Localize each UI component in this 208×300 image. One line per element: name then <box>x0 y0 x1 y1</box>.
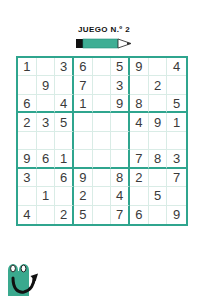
sudoku-cell-given[interactable]: 4 <box>18 206 37 224</box>
sudoku-cell-given[interactable]: 2 <box>55 206 74 224</box>
sudoku-cell-given[interactable]: 3 <box>37 113 56 131</box>
sudoku-cell-given[interactable]: 9 <box>167 206 186 224</box>
sudoku-cell-given[interactable]: 2 <box>130 169 149 187</box>
sudoku-cell-empty[interactable] <box>111 132 130 150</box>
sudoku-cell-empty[interactable] <box>130 187 149 205</box>
sudoku-cell-empty[interactable] <box>74 132 93 150</box>
sudoku-cell-given[interactable]: 8 <box>130 95 149 113</box>
sudoku-cell-empty[interactable] <box>93 113 112 131</box>
sudoku-cell-empty[interactable] <box>37 132 56 150</box>
sudoku-cell-given[interactable]: 7 <box>74 76 93 94</box>
sudoku-cell-given[interactable]: 4 <box>167 58 186 76</box>
sudoku-cell-given[interactable]: 5 <box>149 187 168 205</box>
sudoku-cell-empty[interactable] <box>149 206 168 224</box>
sudoku-cell-empty[interactable] <box>37 58 56 76</box>
sudoku-cell-given[interactable]: 2 <box>18 113 37 131</box>
sudoku-cell-given[interactable]: 4 <box>111 187 130 205</box>
sudoku-cell-empty[interactable] <box>55 187 74 205</box>
sudoku-cell-empty[interactable] <box>37 95 56 113</box>
sudoku-cell-empty[interactable] <box>167 76 186 94</box>
sudoku-cell-empty[interactable] <box>149 169 168 187</box>
sudoku-cell-given[interactable]: 2 <box>74 187 93 205</box>
sudoku-cell-given[interactable]: 7 <box>111 206 130 224</box>
sudoku-cell-given[interactable]: 1 <box>55 150 74 168</box>
sudoku-cell-empty[interactable] <box>149 58 168 76</box>
sudoku-cell-given[interactable]: 1 <box>74 95 93 113</box>
sudoku-board: 1365949732641985235491961783369827124542… <box>16 56 188 226</box>
sudoku-cell-given[interactable]: 9 <box>18 150 37 168</box>
sudoku-cell-given[interactable]: 9 <box>111 95 130 113</box>
sudoku-cell-given[interactable]: 6 <box>18 95 37 113</box>
sudoku-cell-empty[interactable] <box>55 76 74 94</box>
page-title: JUEGO N.º 2 <box>0 25 208 34</box>
sudoku-cell-empty[interactable] <box>111 150 130 168</box>
sudoku-cell-empty[interactable] <box>149 132 168 150</box>
sudoku-cell-given[interactable]: 5 <box>167 95 186 113</box>
sudoku-cell-empty[interactable] <box>149 95 168 113</box>
pencil-icon <box>0 36 208 54</box>
sudoku-cell-given[interactable]: 1 <box>167 113 186 131</box>
sudoku-cell-empty[interactable] <box>93 169 112 187</box>
sudoku-cell-empty[interactable] <box>93 187 112 205</box>
sudoku-cell-given[interactable]: 1 <box>37 187 56 205</box>
sudoku-cell-empty[interactable] <box>37 169 56 187</box>
sudoku-cell-empty[interactable] <box>93 95 112 113</box>
sudoku-cell-empty[interactable] <box>167 132 186 150</box>
sudoku-cell-given[interactable]: 6 <box>74 58 93 76</box>
sudoku-cell-empty[interactable] <box>18 187 37 205</box>
sudoku-cell-given[interactable]: 3 <box>55 58 74 76</box>
sudoku-cell-given[interactable]: 9 <box>130 58 149 76</box>
sudoku-cell-empty[interactable] <box>74 113 93 131</box>
u-mascot-logo <box>5 256 39 300</box>
sudoku-cell-empty[interactable] <box>55 132 74 150</box>
sudoku-cell-empty[interactable] <box>74 150 93 168</box>
sudoku-cell-given[interactable]: 9 <box>37 76 56 94</box>
sudoku-cell-given[interactable]: 5 <box>74 206 93 224</box>
sudoku-cell-given[interactable]: 6 <box>130 206 149 224</box>
sudoku-cell-empty[interactable] <box>93 150 112 168</box>
sudoku-cell-empty[interactable] <box>93 206 112 224</box>
sudoku-cell-given[interactable]: 4 <box>55 95 74 113</box>
sudoku-cell-empty[interactable] <box>93 76 112 94</box>
sudoku-cell-empty[interactable] <box>93 58 112 76</box>
sudoku-cell-given[interactable]: 9 <box>74 169 93 187</box>
sudoku-cell-given[interactable]: 3 <box>167 150 186 168</box>
sudoku-cell-given[interactable]: 5 <box>55 113 74 131</box>
sudoku-cell-given[interactable]: 9 <box>149 113 168 131</box>
sudoku-cell-given[interactable]: 5 <box>111 58 130 76</box>
sudoku-cell-empty[interactable] <box>111 113 130 131</box>
sudoku-cell-empty[interactable] <box>18 76 37 94</box>
sudoku-cell-empty[interactable] <box>130 132 149 150</box>
sudoku-cell-empty[interactable] <box>37 206 56 224</box>
sudoku-cell-empty[interactable] <box>130 76 149 94</box>
sudoku-cell-empty[interactable] <box>93 132 112 150</box>
sudoku-cell-empty[interactable] <box>18 132 37 150</box>
sudoku-cell-given[interactable]: 8 <box>111 169 130 187</box>
sudoku-cell-given[interactable]: 6 <box>37 150 56 168</box>
sudoku-cell-given[interactable]: 3 <box>111 76 130 94</box>
sudoku-cell-given[interactable]: 1 <box>18 58 37 76</box>
sudoku-cell-given[interactable]: 7 <box>130 150 149 168</box>
sudoku-cell-given[interactable]: 8 <box>149 150 168 168</box>
sudoku-cell-empty[interactable] <box>167 187 186 205</box>
sudoku-cell-given[interactable]: 4 <box>130 113 149 131</box>
sudoku-cell-given[interactable]: 7 <box>167 169 186 187</box>
sudoku-cell-given[interactable]: 2 <box>149 76 168 94</box>
sudoku-cell-given[interactable]: 3 <box>18 169 37 187</box>
sudoku-cell-given[interactable]: 6 <box>55 169 74 187</box>
